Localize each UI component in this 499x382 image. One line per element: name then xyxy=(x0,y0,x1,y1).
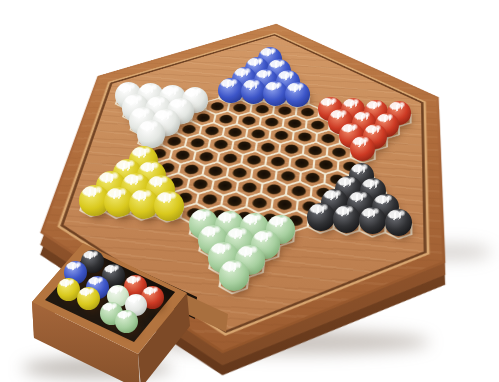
drawer-shadow xyxy=(22,358,172,378)
marble-yellow[interactable] xyxy=(77,287,100,310)
marble-blue[interactable] xyxy=(241,79,266,104)
marble-white[interactable] xyxy=(137,120,165,148)
marble-black[interactable] xyxy=(359,207,386,234)
marble-blue[interactable] xyxy=(263,81,288,106)
marble-blue[interactable] xyxy=(218,78,243,103)
marble-green[interactable] xyxy=(219,260,250,291)
marble-black[interactable] xyxy=(333,205,360,232)
marble-green[interactable] xyxy=(115,310,138,333)
marble-blue[interactable] xyxy=(285,82,310,107)
marble-yellow[interactable] xyxy=(154,191,184,221)
marble-black[interactable] xyxy=(385,209,412,236)
product-photo-scene xyxy=(0,0,499,382)
marble-black[interactable] xyxy=(307,203,335,231)
